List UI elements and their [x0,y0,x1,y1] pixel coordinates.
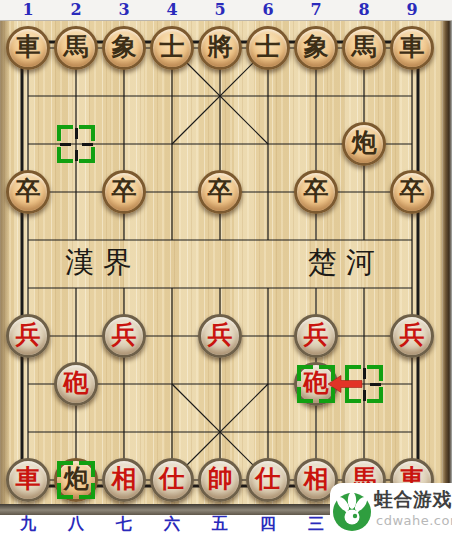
board-point-f8r7[interactable] [340,312,388,360]
piece-glyph: 車 [16,460,41,498]
black-chariot-piece[interactable]: 車 [6,26,50,70]
board-point-f1r9[interactable] [4,408,52,456]
board-point-f8r5[interactable] [340,216,388,264]
board-point-f2r6[interactable] [52,264,100,312]
piece-glyph: 相 [304,460,329,498]
board-point-f3r10[interactable]: 相 [100,456,148,504]
board-point-f2r7[interactable] [52,312,100,360]
board-point-f9r4[interactable]: 卒 [388,168,436,216]
watermark-brand: 蛙合游戏 [374,487,452,513]
board-point-f7r9[interactable] [292,408,340,456]
board-point-f5r9[interactable] [196,408,244,456]
board-point-f7r3[interactable] [292,120,340,168]
board-point-f6r6[interactable] [244,264,292,312]
board-point-f4r1[interactable]: 士 [148,24,196,72]
top-file-labels: 123456789 [4,0,436,20]
red-cannon-piece[interactable]: 砲 [294,362,338,406]
board-point-f6r3[interactable] [244,120,292,168]
black-elephant-piece[interactable]: 象 [294,26,338,70]
piece-glyph: 士 [160,28,185,66]
board-point-f7r7[interactable]: 兵 [292,312,340,360]
piece-glyph: 馬 [64,28,89,66]
piece-glyph: 仕 [256,460,281,498]
red-general-piece[interactable]: 帥 [198,458,242,502]
board-point-f8r8[interactable] [340,360,388,408]
board-point-f7r1[interactable]: 象 [292,24,340,72]
board-point-f3r6[interactable] [100,264,148,312]
board-point-f8r1[interactable]: 馬 [340,24,388,72]
red-elephant-piece[interactable]: 相 [102,458,146,502]
piece-glyph: 兵 [208,316,233,354]
top-file-label-8: 8 [340,0,388,20]
piece-glyph: 士 [256,28,281,66]
black-soldier-piece[interactable]: 卒 [6,170,50,214]
board-point-f5r6[interactable] [196,264,244,312]
piece-glyph: 車 [400,28,425,66]
crosshair-cursor-icon [59,127,93,161]
top-file-label-2: 2 [52,0,100,20]
board-point-f5r8[interactable] [196,360,244,408]
xiangqi-board: 車馬象士將士象馬車炮卒卒卒卒卒兵兵兵兵兵砲砲車炮相仕帥仕相馬車 [4,24,436,504]
top-file-label-3: 3 [100,0,148,20]
watermark-domain: cdwahe.com [376,513,452,528]
red-chariot-piece[interactable]: 車 [6,458,50,502]
black-advisor-piece[interactable]: 士 [150,26,194,70]
xiangqi-app: 漢界 楚河 車馬象士將士象馬車炮卒卒卒卒卒兵兵兵兵兵砲砲車炮相仕帥仕相馬車 12… [0,0,452,533]
black-soldier-piece[interactable]: 卒 [102,170,146,214]
board-point-f5r1[interactable]: 將 [196,24,244,72]
piece-glyph: 卒 [208,172,233,210]
board-point-f2r10[interactable]: 炮 [52,456,100,504]
piece-glyph: 砲 [304,364,329,402]
piece-glyph: 仕 [160,460,185,498]
board-point-f3r7[interactable]: 兵 [100,312,148,360]
piece-glyph: 象 [304,28,329,66]
board-point-f5r7[interactable]: 兵 [196,312,244,360]
board-point-f8r3[interactable]: 炮 [340,120,388,168]
board-point-f2r8[interactable]: 砲 [52,360,100,408]
board-point-f7r5[interactable] [292,216,340,264]
board-point-f7r2[interactable] [292,72,340,120]
bottom-file-label-5: 五 [196,514,244,533]
board-point-f4r9[interactable] [148,408,196,456]
board-point-f2r3[interactable] [52,120,100,168]
board-point-f9r6[interactable] [388,264,436,312]
top-file-label-4: 4 [148,0,196,20]
red-soldier-piece[interactable]: 兵 [294,314,338,358]
board-point-f6r10[interactable]: 仕 [244,456,292,504]
board-point-f3r8[interactable] [100,360,148,408]
board-point-f7r6[interactable] [292,264,340,312]
board-point-f4r4[interactable] [148,168,196,216]
piece-glyph: 兵 [304,316,329,354]
board-point-f3r3[interactable] [100,120,148,168]
red-cannon-piece[interactable]: 砲 [54,362,98,406]
board-point-f9r3[interactable] [388,120,436,168]
board-point-f6r8[interactable] [244,360,292,408]
board-point-f9r7[interactable]: 兵 [388,312,436,360]
bottom-file-label-4: 六 [148,514,196,533]
board-point-f2r1[interactable]: 馬 [52,24,100,72]
black-cannon-piece[interactable]: 炮 [342,122,386,166]
red-advisor-piece[interactable]: 仕 [150,458,194,502]
board-point-f9r5[interactable] [388,216,436,264]
piece-glyph: 卒 [304,172,329,210]
piece-glyph: 炮 [64,460,89,498]
board-point-f2r4[interactable] [52,168,100,216]
top-file-label-6: 6 [244,0,292,20]
red-soldier-piece[interactable]: 兵 [6,314,50,358]
board-point-f1r8[interactable] [4,360,52,408]
board-point-f5r5[interactable] [196,216,244,264]
piece-glyph: 卒 [16,172,41,210]
board-point-f4r6[interactable] [148,264,196,312]
board-point-f7r8[interactable]: 砲 [292,360,340,408]
board-point-f1r6[interactable] [4,264,52,312]
board-point-f3r5[interactable] [100,216,148,264]
watermark: 蛙合游戏 cdwahe.com [330,483,452,533]
board-point-f1r5[interactable] [4,216,52,264]
top-file-label-1: 1 [4,0,52,20]
black-soldier-piece[interactable]: 卒 [294,170,338,214]
board-point-f9r8[interactable] [388,360,436,408]
board-point-f4r7[interactable] [148,312,196,360]
board-point-f2r5[interactable] [52,216,100,264]
board-point-f3r9[interactable] [100,408,148,456]
board-point-f4r5[interactable] [148,216,196,264]
black-horse-piece[interactable]: 馬 [342,26,386,70]
board-point-f1r7[interactable]: 兵 [4,312,52,360]
bottom-file-label-3: 七 [100,514,148,533]
board-point-f1r3[interactable] [4,120,52,168]
board-point-f8r2[interactable] [340,72,388,120]
board-point-f5r2[interactable] [196,72,244,120]
board-point-f5r10[interactable]: 帥 [196,456,244,504]
board-point-f9r1[interactable]: 車 [388,24,436,72]
bottom-file-label-1: 九 [4,514,52,533]
top-file-label-9: 9 [388,0,436,20]
board-point-f1r1[interactable]: 車 [4,24,52,72]
board-point-f4r2[interactable] [148,72,196,120]
board-point-f6r7[interactable] [244,312,292,360]
red-advisor-piece[interactable]: 仕 [246,458,290,502]
black-elephant-piece[interactable]: 象 [102,26,146,70]
board-point-f9r9[interactable] [388,408,436,456]
bottom-file-label-2: 八 [52,514,100,533]
board-point-f3r4[interactable]: 卒 [100,168,148,216]
piece-glyph: 相 [112,460,137,498]
black-horse-piece[interactable]: 馬 [54,26,98,70]
black-soldier-piece[interactable]: 卒 [198,170,242,214]
frog-logo-icon [332,489,372,533]
piece-glyph: 砲 [64,364,89,402]
board-point-f4r8[interactable] [148,360,196,408]
board-point-f2r2[interactable] [52,72,100,120]
red-soldier-piece[interactable]: 兵 [198,314,242,358]
black-soldier-piece[interactable]: 卒 [390,170,434,214]
piece-glyph: 車 [16,28,41,66]
board-point-f3r2[interactable] [100,72,148,120]
piece-glyph: 兵 [112,316,137,354]
board-point-f4r3[interactable] [148,120,196,168]
board-point-f2r9[interactable] [52,408,100,456]
board-point-f8r4[interactable] [340,168,388,216]
piece-glyph: 兵 [16,316,41,354]
board-point-f8r6[interactable] [340,264,388,312]
board-point-f4r10[interactable]: 仕 [148,456,196,504]
board-point-f5r4[interactable]: 卒 [196,168,244,216]
piece-glyph: 帥 [208,460,233,498]
piece-glyph: 卒 [112,172,137,210]
piece-glyph: 象 [112,28,137,66]
piece-glyph: 馬 [352,28,377,66]
board-point-f1r10[interactable]: 車 [4,456,52,504]
board-point-f1r4[interactable]: 卒 [4,168,52,216]
bottom-file-label-6: 四 [244,514,292,533]
board-point-f6r5[interactable] [244,216,292,264]
crosshair-cursor-icon [347,367,381,401]
board-point-f6r1[interactable]: 士 [244,24,292,72]
board-point-f8r9[interactable] [340,408,388,456]
board-point-f5r3[interactable] [196,120,244,168]
highlight-bracket [57,125,95,163]
piece-glyph: 炮 [352,124,377,162]
black-advisor-piece[interactable]: 士 [246,26,290,70]
black-cannon-piece[interactable]: 炮 [54,458,98,502]
piece-glyph: 兵 [400,316,425,354]
board-point-f6r2[interactable] [244,72,292,120]
board-point-f1r2[interactable] [4,72,52,120]
red-soldier-piece[interactable]: 兵 [390,314,434,358]
highlight-bracket [345,365,383,403]
board-point-f6r9[interactable] [244,408,292,456]
top-file-label-7: 7 [292,0,340,20]
top-file-label-5: 5 [196,0,244,20]
piece-glyph: 卒 [400,172,425,210]
black-general-piece[interactable]: 將 [198,26,242,70]
red-soldier-piece[interactable]: 兵 [102,314,146,358]
piece-glyph: 將 [208,28,233,66]
black-chariot-piece[interactable]: 車 [390,26,434,70]
board-point-f3r1[interactable]: 象 [100,24,148,72]
board-point-f9r2[interactable] [388,72,436,120]
board-point-f7r4[interactable]: 卒 [292,168,340,216]
board-point-f6r4[interactable] [244,168,292,216]
